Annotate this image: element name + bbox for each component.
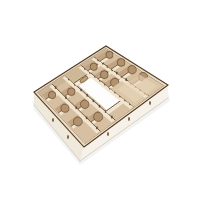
center-left-wall-comb-tooth	[99, 105, 101, 108]
left-west-divider-0-thumb-cutout	[48, 91, 55, 98]
left-mid-wall-comb-tooth	[96, 127, 98, 130]
right-west-divider-1-thumb-cutout	[100, 71, 108, 79]
right-mid-wall-comb-tooth	[125, 78, 127, 81]
wooden-organizer-photo	[0, 0, 200, 200]
right-east-divider-0-thumb-cutout	[106, 51, 113, 58]
finger-joint-slot	[67, 135, 69, 138]
finger-joint-slot	[52, 118, 54, 121]
center-left-wall-comb-tooth	[93, 99, 95, 102]
left-east-divider-0-thumb-cutout	[68, 88, 76, 96]
finger-joint-slot	[128, 117, 130, 120]
left-mid-wall-comb-tooth	[55, 86, 57, 89]
left-mid-wall-comb-tooth	[75, 106, 77, 109]
right-east-divider-2-thumb-cutout	[128, 65, 136, 73]
finger-joint-slot	[107, 132, 109, 135]
right-east-divider-1-thumb-cutout	[117, 59, 125, 67]
left-east-divider-2-thumb-cutout	[94, 112, 103, 121]
right-mid-wall-comb-tooth	[116, 72, 118, 75]
left-mid-wall-comb-tooth	[86, 117, 88, 120]
center-left-wall-comb-tooth	[111, 116, 113, 119]
left-west-divider-2-thumb-cutout	[73, 117, 82, 126]
left-west-divider-1-thumb-cutout	[61, 104, 69, 112]
product-photo	[0, 0, 200, 200]
right-west-divider-0-thumb-cutout	[90, 63, 97, 70]
left-east-divider-1-thumb-cutout	[81, 100, 89, 108]
left-mid-wall-comb-tooth	[65, 96, 67, 99]
finger-joint-slot	[149, 101, 151, 104]
